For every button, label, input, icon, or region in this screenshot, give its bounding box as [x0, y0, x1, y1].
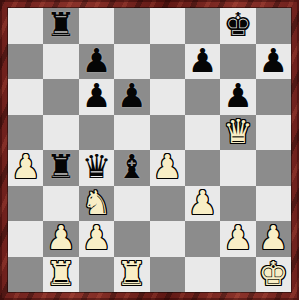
square-f4[interactable] [185, 150, 220, 186]
square-h1[interactable]: ♚ [256, 257, 291, 293]
square-f2[interactable] [185, 221, 220, 257]
square-b2[interactable]: ♟ [43, 221, 78, 257]
square-h8[interactable] [256, 8, 291, 44]
square-e3[interactable] [150, 186, 185, 222]
black-queen-c4: ♛ [82, 150, 112, 183]
square-b1[interactable]: ♜ [43, 257, 78, 293]
square-c1[interactable] [79, 257, 114, 293]
square-g3[interactable] [220, 186, 255, 222]
square-b5[interactable] [43, 115, 78, 151]
black-pawn-f7: ♟ [188, 44, 218, 77]
square-g6[interactable]: ♟ [220, 79, 255, 115]
square-g1[interactable] [220, 257, 255, 293]
square-h4[interactable] [256, 150, 291, 186]
square-e4[interactable]: ♟ [150, 150, 185, 186]
square-c2[interactable]: ♟ [79, 221, 114, 257]
square-c3[interactable]: ♞ [79, 186, 114, 222]
white-pawn-b2: ♟ [46, 221, 76, 254]
square-f1[interactable] [185, 257, 220, 293]
square-a4[interactable]: ♟ [8, 150, 43, 186]
white-pawn-e4: ♟ [152, 150, 182, 183]
square-f8[interactable] [185, 8, 220, 44]
black-pawn-c7: ♟ [82, 44, 112, 77]
square-c4[interactable]: ♛ [79, 150, 114, 186]
square-h5[interactable] [256, 115, 291, 151]
white-pawn-g2: ♟ [223, 221, 253, 254]
square-d7[interactable] [114, 44, 149, 80]
black-king-g8: ♚ [223, 8, 253, 41]
square-b4[interactable]: ♜ [43, 150, 78, 186]
board-frame: ♜♚♟♟♟♟♟♟♛♟♜♛♝♟♞♟♟♟♟♟♜♜♚ [0, 0, 299, 300]
square-b8[interactable]: ♜ [43, 8, 78, 44]
square-d4[interactable]: ♝ [114, 150, 149, 186]
white-rook-d1: ♜ [117, 257, 147, 290]
square-c5[interactable] [79, 115, 114, 151]
square-g8[interactable]: ♚ [220, 8, 255, 44]
square-d8[interactable] [114, 8, 149, 44]
square-g5[interactable]: ♛ [220, 115, 255, 151]
square-a6[interactable] [8, 79, 43, 115]
square-e1[interactable] [150, 257, 185, 293]
square-d6[interactable]: ♟ [114, 79, 149, 115]
square-b6[interactable] [43, 79, 78, 115]
square-e8[interactable] [150, 8, 185, 44]
square-f7[interactable]: ♟ [185, 44, 220, 80]
square-d5[interactable] [114, 115, 149, 151]
square-h7[interactable]: ♟ [256, 44, 291, 80]
square-g4[interactable] [220, 150, 255, 186]
square-h3[interactable] [256, 186, 291, 222]
square-a5[interactable] [8, 115, 43, 151]
square-b7[interactable] [43, 44, 78, 80]
square-h6[interactable] [256, 79, 291, 115]
black-pawn-h7: ♟ [259, 44, 289, 77]
square-a3[interactable] [8, 186, 43, 222]
square-f5[interactable] [185, 115, 220, 151]
white-pawn-c2: ♟ [82, 221, 112, 254]
black-rook-b4: ♜ [46, 150, 76, 183]
white-queen-g5: ♛ [223, 115, 253, 148]
square-g7[interactable] [220, 44, 255, 80]
white-knight-c3: ♞ [82, 186, 112, 219]
white-pawn-h2: ♟ [259, 221, 289, 254]
square-d3[interactable] [114, 186, 149, 222]
square-g2[interactable]: ♟ [220, 221, 255, 257]
square-e5[interactable] [150, 115, 185, 151]
square-c7[interactable]: ♟ [79, 44, 114, 80]
square-f3[interactable]: ♟ [185, 186, 220, 222]
black-rook-b8: ♜ [46, 8, 76, 41]
square-h2[interactable]: ♟ [256, 221, 291, 257]
square-b3[interactable] [43, 186, 78, 222]
black-pawn-d6: ♟ [117, 79, 147, 112]
chess-board: ♜♚♟♟♟♟♟♟♛♟♜♛♝♟♞♟♟♟♟♟♜♜♚ [8, 8, 291, 292]
white-king-h1: ♚ [259, 257, 289, 290]
square-c6[interactable]: ♟ [79, 79, 114, 115]
white-rook-b1: ♜ [46, 257, 76, 290]
square-f6[interactable] [185, 79, 220, 115]
white-pawn-a4: ♟ [11, 150, 41, 183]
square-d1[interactable]: ♜ [114, 257, 149, 293]
square-e6[interactable] [150, 79, 185, 115]
square-a8[interactable] [8, 8, 43, 44]
white-pawn-f3: ♟ [188, 186, 218, 219]
square-a2[interactable] [8, 221, 43, 257]
square-e2[interactable] [150, 221, 185, 257]
square-a7[interactable] [8, 44, 43, 80]
black-pawn-g6: ♟ [223, 79, 253, 112]
square-e7[interactable] [150, 44, 185, 80]
square-d2[interactable] [114, 221, 149, 257]
black-bishop-d4: ♝ [117, 150, 147, 183]
square-a1[interactable] [8, 257, 43, 293]
black-pawn-c6: ♟ [82, 79, 112, 112]
square-c8[interactable] [79, 8, 114, 44]
